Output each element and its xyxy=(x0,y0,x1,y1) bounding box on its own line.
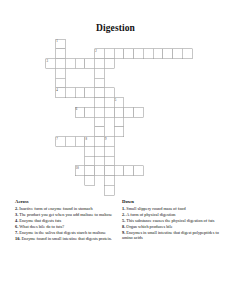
clue-text: Enzymes in small intestine that digest p… xyxy=(122,230,219,240)
grid-cell[interactable] xyxy=(94,136,104,146)
clue-number-marker: 10 xyxy=(76,166,79,169)
grid-cell[interactable] xyxy=(55,68,65,78)
grid-cell[interactable] xyxy=(94,166,104,176)
clue-item: 6. What does bile do to fats? xyxy=(15,224,124,229)
clue-number-marker: 6 xyxy=(76,108,78,111)
grid-cell[interactable] xyxy=(104,58,114,68)
grid-cell[interactable] xyxy=(94,117,104,127)
grid-cell[interactable]: 9 xyxy=(104,136,114,146)
grid-cell[interactable]: 8 xyxy=(85,136,95,146)
grid-cell[interactable] xyxy=(104,175,114,185)
clue-item: 2. A form of physical digestion xyxy=(122,212,226,217)
clue-item: 7. Enzyme in the saliva that digests sta… xyxy=(15,230,124,235)
grid-cell[interactable]: 4 xyxy=(55,88,65,98)
clue-item: 4. Enzyme that digests fats xyxy=(15,218,124,223)
grid-cell[interactable] xyxy=(75,88,85,98)
down-clue-list: 1. Small slippery round mass of food2. A… xyxy=(122,206,226,241)
grid-cell[interactable] xyxy=(153,49,163,59)
grid-cell[interactable] xyxy=(104,166,114,176)
grid-cell[interactable] xyxy=(94,68,104,78)
grid-cell[interactable] xyxy=(65,58,75,68)
clue-text: Inactive form of enzyme found in stomach xyxy=(19,206,92,211)
puzzle-sheet: Digestion 12345678910 Across 2. Inactive… xyxy=(0,0,231,300)
clue-number-marker: 2 xyxy=(95,49,97,52)
down-header: Down xyxy=(122,199,226,204)
grid-cell[interactable] xyxy=(55,58,65,68)
grid-cell[interactable]: 1 xyxy=(55,39,65,49)
grid-cell[interactable] xyxy=(114,127,124,137)
clue-number-marker: 1 xyxy=(56,39,58,42)
grid-cell[interactable] xyxy=(104,107,114,117)
grid-cell[interactable] xyxy=(124,107,134,117)
grid-cell[interactable]: 6 xyxy=(75,107,85,117)
grid-cell[interactable] xyxy=(133,49,143,59)
grid-cell[interactable] xyxy=(85,146,95,156)
clue-number-marker: 5 xyxy=(115,98,117,101)
puzzle-title: Digestion xyxy=(0,22,231,33)
grid-cell[interactable] xyxy=(104,146,114,156)
grid-cell[interactable] xyxy=(94,97,104,107)
grid-cell[interactable] xyxy=(104,156,114,166)
clue-text: This substance causes the physical diges… xyxy=(126,218,214,223)
clue-item: 3. The product you get when you add malt… xyxy=(15,212,124,217)
grid-cell[interactable] xyxy=(85,175,95,185)
clue-item: 5. This substance causes the physical di… xyxy=(122,218,226,223)
grid-cell[interactable] xyxy=(114,107,124,117)
grid-cell[interactable] xyxy=(114,166,124,176)
clue-number-marker: 7 xyxy=(56,137,58,140)
grid-cell[interactable]: 5 xyxy=(114,97,124,107)
grid-cell[interactable] xyxy=(143,49,153,59)
grid-cell[interactable] xyxy=(114,49,124,59)
clue-item: 2. Inactive form of enzyme found in stom… xyxy=(15,206,124,211)
crossword-page: Digestion 12345678910 Across 2. Inactive… xyxy=(0,0,231,300)
clue-number-marker: 9 xyxy=(105,137,107,140)
clue-text: Enzyme in the saliva that digests starch… xyxy=(19,230,106,235)
clue-number-marker: 3 xyxy=(47,59,49,62)
clue-item: 8. Organ which produces bile xyxy=(122,224,226,229)
grid-cell[interactable] xyxy=(85,58,95,68)
grid-cell[interactable] xyxy=(104,88,114,98)
down-clues: Down 1. Small slippery round mass of foo… xyxy=(122,199,226,241)
grid-cell[interactable] xyxy=(124,49,134,59)
clue-text: A form of physical digestion xyxy=(126,212,175,217)
clue-number-marker: 4 xyxy=(56,88,58,91)
clue-number-marker: 8 xyxy=(86,137,88,140)
grid-cell[interactable] xyxy=(172,49,182,59)
clue-text: Organ which produces bile xyxy=(126,224,172,229)
grid-cell[interactable] xyxy=(85,156,95,166)
grid-cell[interactable]: 7 xyxy=(55,136,65,146)
clue-text: What does bile do to fats? xyxy=(19,224,64,229)
grid-cell[interactable] xyxy=(94,78,104,88)
grid-cell[interactable] xyxy=(55,49,65,59)
grid-cell[interactable] xyxy=(163,49,173,59)
grid-cell[interactable] xyxy=(124,166,134,176)
grid-cell[interactable] xyxy=(104,185,114,195)
grid-cell[interactable]: 10 xyxy=(75,166,85,176)
grid-cell[interactable]: 3 xyxy=(46,58,56,68)
grid-cell[interactable] xyxy=(94,146,104,156)
grid-cell[interactable] xyxy=(75,58,85,68)
across-clue-list: 2. Inactive form of enzyme found in stom… xyxy=(15,206,124,241)
grid-cell[interactable] xyxy=(94,88,104,98)
clue-text: Enzyme that digests fats xyxy=(19,218,61,223)
across-header: Across xyxy=(15,199,124,204)
clue-text: Small slippery round mass of food xyxy=(126,206,185,211)
clue-item: 10. Enzyme found in small intestine that… xyxy=(15,236,124,241)
clue-item: 1. Small slippery round mass of food xyxy=(122,206,226,211)
clue-item: 9. Enzymes in small intestine that diges… xyxy=(122,230,226,241)
grid-cell[interactable] xyxy=(55,78,65,88)
grid-cell[interactable] xyxy=(114,117,124,127)
grid-cell[interactable] xyxy=(65,88,75,98)
grid-cell[interactable] xyxy=(94,127,104,137)
grid-cell[interactable] xyxy=(85,166,95,176)
grid-cell[interactable] xyxy=(75,136,85,146)
clue-text: The product you get when you add maltase… xyxy=(19,212,112,217)
grid-cell[interactable]: 2 xyxy=(94,49,104,59)
grid-cell[interactable] xyxy=(104,49,114,59)
grid-cell[interactable] xyxy=(182,49,192,59)
grid-cell[interactable] xyxy=(133,166,143,176)
grid-cell[interactable] xyxy=(85,88,95,98)
grid-cell[interactable] xyxy=(94,107,104,117)
across-clues: Across 2. Inactive form of enzyme found … xyxy=(15,199,124,242)
grid-cell[interactable] xyxy=(65,136,75,146)
grid-cell[interactable] xyxy=(94,58,104,68)
grid-cell[interactable] xyxy=(85,107,95,117)
clue-text: Enzyme found in small intestine that dig… xyxy=(21,236,111,241)
grid-cell[interactable] xyxy=(133,107,143,117)
